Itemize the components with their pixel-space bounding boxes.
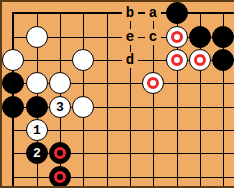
circle-marker-icon [171, 31, 183, 43]
point-label-text: a [149, 6, 157, 20]
diagram-border-left [0, 0, 2, 188]
stone-black-7-0 [166, 2, 188, 24]
stone-black-9-2 [212, 49, 234, 71]
circle-marker-icon [194, 54, 206, 66]
point-label-b: b [122, 5, 138, 21]
stone-white-7-2 [166, 49, 188, 71]
grid-line-horizontal [12, 177, 234, 178]
point-label-text: b [126, 6, 134, 20]
point-label-text: e [126, 30, 134, 44]
go-diagram: baecd312 [0, 0, 234, 188]
move-number-label: 2 [33, 146, 41, 159]
point-label-text: d [126, 53, 134, 67]
diagram-border-bottom [0, 186, 234, 188]
circle-marker-icon [54, 171, 66, 183]
move-number-label: 3 [56, 100, 64, 113]
stone-white-7-1 [166, 26, 188, 48]
move-number-label: 1 [33, 123, 41, 136]
point-label-c: c [145, 29, 161, 45]
stone-black-2-7 [49, 166, 71, 188]
circle-marker-icon [54, 147, 66, 159]
point-label-d: d [122, 52, 138, 68]
point-label-e: e [122, 29, 138, 45]
circle-marker-icon [171, 54, 183, 66]
stone-white-8-2 [189, 49, 211, 71]
stone-white-0-2 [2, 49, 24, 71]
stone-white-1-3 [26, 72, 48, 94]
point-label-a: a [145, 5, 161, 21]
go-board: baecd312 [0, 0, 234, 188]
stone-black-9-1 [212, 26, 234, 48]
point-label-text: c [149, 30, 157, 44]
stone-black-1-4 [26, 96, 48, 118]
stone-white-3-4 [72, 96, 94, 118]
stone-white-3-2 [72, 49, 94, 71]
stone-black-2-6 [49, 142, 71, 164]
stone-white-1-1 [26, 26, 48, 48]
diagram-border-top [0, 0, 234, 2]
stone-white-1-5: 1 [26, 119, 48, 141]
stone-black-1-6: 2 [26, 142, 48, 164]
stone-white-6-3 [142, 72, 164, 94]
circle-marker-icon [147, 77, 159, 89]
grid-line-vertical [107, 12, 108, 188]
stone-black-0-3 [2, 72, 24, 94]
stone-white-2-4: 3 [49, 96, 71, 118]
stone-black-8-1 [189, 26, 211, 48]
stone-black-0-4 [2, 96, 24, 118]
stone-white-2-3 [49, 72, 71, 94]
